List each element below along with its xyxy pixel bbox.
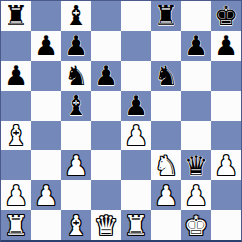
square-c6[interactable]: ♞: [61, 61, 91, 91]
square-f1[interactable]: [151, 210, 181, 240]
square-e3[interactable]: [121, 150, 151, 180]
square-b1[interactable]: [31, 210, 61, 240]
square-a2[interactable]: ♟: [1, 180, 31, 210]
square-e5[interactable]: ♟: [121, 91, 151, 121]
square-g2[interactable]: ♟: [181, 180, 211, 210]
square-f2[interactable]: ♟: [151, 180, 181, 210]
black-queen-icon[interactable]: ♛: [184, 152, 208, 179]
black-king-icon[interactable]: ♚: [214, 2, 238, 29]
square-a5[interactable]: [1, 91, 31, 121]
square-e8[interactable]: [121, 1, 151, 31]
square-a1[interactable]: ♜: [1, 210, 31, 240]
square-c5[interactable]: ♝: [61, 91, 91, 121]
black-pawn-icon[interactable]: ♟: [64, 32, 88, 59]
square-a4[interactable]: ♝: [1, 121, 31, 151]
white-queen-icon[interactable]: ♛: [94, 212, 118, 239]
white-pawn-icon[interactable]: ♟: [124, 122, 148, 149]
square-a8[interactable]: ♜: [1, 1, 31, 31]
square-f3[interactable]: ♞: [151, 150, 181, 180]
square-g4[interactable]: [181, 121, 211, 151]
square-e4[interactable]: ♟: [121, 121, 151, 151]
square-d8[interactable]: [91, 1, 121, 31]
square-h6[interactable]: [211, 61, 241, 91]
white-rook-icon[interactable]: ♜: [4, 212, 28, 239]
square-g7[interactable]: ♟: [181, 31, 211, 61]
square-f4[interactable]: [151, 121, 181, 151]
square-b4[interactable]: [31, 121, 61, 151]
square-a3[interactable]: [1, 150, 31, 180]
square-d2[interactable]: [91, 180, 121, 210]
black-pawn-icon[interactable]: ♟: [184, 32, 208, 59]
white-bishop-icon[interactable]: ♝: [64, 212, 88, 239]
square-b3[interactable]: [31, 150, 61, 180]
square-e2[interactable]: [121, 180, 151, 210]
square-g6[interactable]: [181, 61, 211, 91]
black-pawn-icon[interactable]: ♟: [94, 62, 118, 89]
square-d6[interactable]: ♟: [91, 61, 121, 91]
square-a7[interactable]: [1, 31, 31, 61]
white-rook-icon[interactable]: ♜: [124, 212, 148, 239]
white-knight-icon[interactable]: ♞: [154, 152, 178, 179]
black-bishop-icon[interactable]: ♝: [64, 2, 88, 29]
square-h8[interactable]: ♚: [211, 1, 241, 31]
black-rook-icon[interactable]: ♜: [154, 2, 178, 29]
black-pawn-icon[interactable]: ♟: [34, 32, 58, 59]
square-h7[interactable]: ♟: [211, 31, 241, 61]
white-pawn-icon[interactable]: ♟: [4, 182, 28, 209]
square-f7[interactable]: [151, 31, 181, 61]
square-h2[interactable]: [211, 180, 241, 210]
square-c2[interactable]: [61, 180, 91, 210]
square-b2[interactable]: ♟: [31, 180, 61, 210]
square-a6[interactable]: ♟: [1, 61, 31, 91]
square-c4[interactable]: [61, 121, 91, 151]
chess-board: ♜♝♜♚♟♟♟♟♟♞♟♞♝♟♝♟♟♞♛♟♟♟♟♟♜♝♛♜♚: [0, 0, 242, 242]
square-g1[interactable]: ♚: [181, 210, 211, 240]
white-pawn-icon[interactable]: ♟: [184, 182, 208, 209]
square-g3[interactable]: ♛: [181, 150, 211, 180]
square-d5[interactable]: [91, 91, 121, 121]
square-d3[interactable]: [91, 150, 121, 180]
square-c1[interactable]: ♝: [61, 210, 91, 240]
white-pawn-icon[interactable]: ♟: [34, 182, 58, 209]
square-e6[interactable]: [121, 61, 151, 91]
square-d7[interactable]: [91, 31, 121, 61]
black-pawn-icon[interactable]: ♟: [124, 92, 148, 119]
black-rook-icon[interactable]: ♜: [4, 2, 28, 29]
white-bishop-icon[interactable]: ♝: [4, 122, 28, 149]
black-knight-icon[interactable]: ♞: [154, 62, 178, 89]
square-c7[interactable]: ♟: [61, 31, 91, 61]
square-e7[interactable]: [121, 31, 151, 61]
square-h1[interactable]: [211, 210, 241, 240]
white-pawn-icon[interactable]: ♟: [64, 152, 88, 179]
square-h3[interactable]: ♟: [211, 150, 241, 180]
square-f5[interactable]: [151, 91, 181, 121]
white-king-icon[interactable]: ♚: [184, 212, 208, 239]
square-f6[interactable]: ♞: [151, 61, 181, 91]
square-g5[interactable]: [181, 91, 211, 121]
square-d4[interactable]: [91, 121, 121, 151]
square-b8[interactable]: [31, 1, 61, 31]
square-c8[interactable]: ♝: [61, 1, 91, 31]
square-h5[interactable]: [211, 91, 241, 121]
square-e1[interactable]: ♜: [121, 210, 151, 240]
square-c3[interactable]: ♟: [61, 150, 91, 180]
black-pawn-icon[interactable]: ♟: [214, 32, 238, 59]
square-h4[interactable]: [211, 121, 241, 151]
square-b6[interactable]: [31, 61, 61, 91]
square-b7[interactable]: ♟: [31, 31, 61, 61]
black-pawn-icon[interactable]: ♟: [4, 62, 28, 89]
square-f8[interactable]: ♜: [151, 1, 181, 31]
black-bishop-icon[interactable]: ♝: [64, 92, 88, 119]
square-g8[interactable]: [181, 1, 211, 31]
square-d1[interactable]: ♛: [91, 210, 121, 240]
white-pawn-icon[interactable]: ♟: [154, 182, 178, 209]
square-b5[interactable]: [31, 91, 61, 121]
black-knight-icon[interactable]: ♞: [64, 62, 88, 89]
white-pawn-icon[interactable]: ♟: [214, 152, 238, 179]
